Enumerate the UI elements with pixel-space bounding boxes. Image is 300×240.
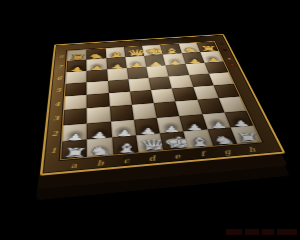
square-g3[interactable]: [197, 98, 224, 114]
square-d2[interactable]: ♟: [134, 118, 160, 136]
square-b2[interactable]: ♟: [87, 121, 112, 139]
file-label-b: b: [87, 156, 114, 170]
square-g2[interactable]: ♟: [202, 112, 230, 129]
square-f1[interactable]: ♝: [184, 129, 213, 148]
file-label-c: c: [113, 153, 140, 167]
red-indicator-dot-1: [220, 43, 224, 45]
square-b1[interactable]: ♞: [87, 137, 113, 157]
white-pawn-c2[interactable]: ♟: [112, 129, 137, 137]
square-h1[interactable]: ♜: [230, 125, 261, 143]
red-indicator-dot-4: [230, 64, 235, 66]
rank-label-5: 5: [52, 84, 65, 98]
black-rook-h8[interactable]: ♜: [199, 46, 219, 53]
black-pawn-a7[interactable]: ♟: [66, 66, 87, 72]
square-c4[interactable]: [108, 92, 131, 107]
rank-label-3: 3: [49, 110, 63, 126]
square-b3[interactable]: [87, 107, 111, 124]
piece-shadow: [205, 117, 228, 129]
file-label-a: a: [60, 158, 87, 172]
square-e1[interactable]: ♚: [160, 131, 188, 150]
square-h2[interactable]: ♟: [224, 110, 253, 127]
square-c7[interactable]: ♟: [106, 57, 127, 69]
square-a4[interactable]: [64, 95, 87, 110]
piece-shadow: [64, 128, 85, 141]
rank-label-2: 2: [47, 125, 62, 142]
square-b4[interactable]: [87, 93, 110, 108]
black-pawn-g7[interactable]: ♟: [184, 59, 204, 64]
red-indicator-dot-2: [223, 49, 227, 51]
white-pawn-f2[interactable]: ♟: [183, 123, 208, 131]
piece-shadow: [182, 119, 205, 131]
black-knight-b8[interactable]: ♞: [87, 53, 107, 60]
piece-shadow: [234, 131, 259, 144]
square-c8[interactable]: ♝: [105, 47, 125, 58]
red-indicator-dot-3: [227, 58, 231, 60]
white-pawn-g2[interactable]: ♟: [206, 121, 231, 129]
white-pawn-b2[interactable]: ♟: [87, 131, 112, 139]
black-pawn-b7[interactable]: ♟: [87, 65, 108, 71]
white-rook-a1[interactable]: ♜: [61, 147, 89, 159]
piece-shadow: [114, 141, 136, 154]
black-pawn-f7[interactable]: ♟: [165, 60, 185, 65]
square-b7[interactable]: ♟: [87, 58, 107, 70]
square-e2[interactable]: ♟: [157, 116, 184, 133]
file-label-e: e: [163, 149, 191, 162]
square-f3[interactable]: [176, 100, 202, 116]
square-h4[interactable]: [213, 84, 239, 98]
piece-shadow: [228, 115, 251, 127]
black-pawn-c7[interactable]: ♟: [107, 64, 127, 70]
piece-shadow: [63, 145, 85, 159]
white-pawn-h2[interactable]: ♟: [229, 120, 254, 128]
file-label-d: d: [138, 151, 165, 165]
black-pawn-d7[interactable]: ♟: [127, 62, 147, 68]
black-bishop-c8[interactable]: ♝: [106, 51, 126, 58]
square-c1[interactable]: ♝: [112, 135, 139, 154]
square-f2[interactable]: ♟: [179, 114, 207, 131]
piece-shadow: [89, 143, 111, 157]
white-pawn-e2[interactable]: ♟: [160, 125, 184, 133]
black-knight-g8[interactable]: ♞: [181, 47, 201, 53]
square-h3[interactable]: [219, 97, 247, 113]
black-rook-a8[interactable]: ♜: [67, 54, 88, 61]
piece-shadow: [138, 139, 161, 152]
rank-label-1: 1: [45, 141, 61, 160]
white-pawn-a2[interactable]: ♟: [62, 133, 88, 142]
piece-shadow: [163, 137, 186, 150]
white-queen-d1[interactable]: ♛: [138, 138, 163, 152]
square-a1[interactable]: ♜: [61, 139, 87, 159]
square-b5[interactable]: [87, 81, 109, 95]
file-label-h: h: [237, 142, 266, 155]
square-a5[interactable]: [65, 82, 87, 96]
square-d4[interactable]: [130, 90, 154, 105]
square-d1[interactable]: ♛: [136, 133, 163, 152]
square-c2[interactable]: ♟: [110, 119, 135, 137]
square-c3[interactable]: [109, 105, 133, 121]
square-d3[interactable]: [132, 103, 157, 119]
square-a3[interactable]: [63, 108, 87, 125]
square-c5[interactable]: [108, 79, 130, 93]
piece-shadow: [159, 121, 181, 133]
square-a2[interactable]: ♟: [62, 123, 87, 141]
square-a8[interactable]: ♜: [67, 50, 86, 61]
rank-label-6: 6: [53, 72, 66, 85]
square-a7[interactable]: ♟: [66, 60, 86, 72]
file-label-f: f: [188, 147, 216, 160]
square-e4[interactable]: [151, 88, 176, 103]
square-e3[interactable]: [154, 102, 180, 118]
square-d7[interactable]: ♟: [125, 56, 146, 68]
piece-shadow: [136, 123, 158, 135]
square-g1[interactable]: ♞: [207, 127, 237, 146]
chess-board: ♜♞♝♛♚♝♞♜♟♟♟♟♟♟♟♟♟♟♟♟♟♟♟♟♜♞♝♛♚♝♞♜ 8765432…: [40, 34, 286, 176]
square-b8[interactable]: ♞: [87, 48, 106, 59]
white-pawn-d2[interactable]: ♟: [136, 127, 160, 135]
piece-shadow: [211, 133, 235, 146]
rank-label-4: 4: [50, 96, 64, 111]
black-pawn-e7[interactable]: ♟: [146, 61, 166, 67]
black-pawn-h7[interactable]: ♟: [203, 57, 223, 62]
piece-shadow: [89, 126, 110, 138]
black-queen-d8[interactable]: ♛: [125, 49, 144, 57]
white-king-e1[interactable]: ♚: [163, 135, 189, 150]
piece-shadow: [113, 124, 134, 136]
piece-shadow: [187, 135, 211, 148]
scene: ♜♞♝♛♚♝♞♜♟♟♟♟♟♟♟♟♟♟♟♟♟♟♟♟♜♞♝♛♚♝♞♜ 8765432…: [0, 0, 300, 222]
white-rook-h1[interactable]: ♜: [234, 132, 261, 143]
